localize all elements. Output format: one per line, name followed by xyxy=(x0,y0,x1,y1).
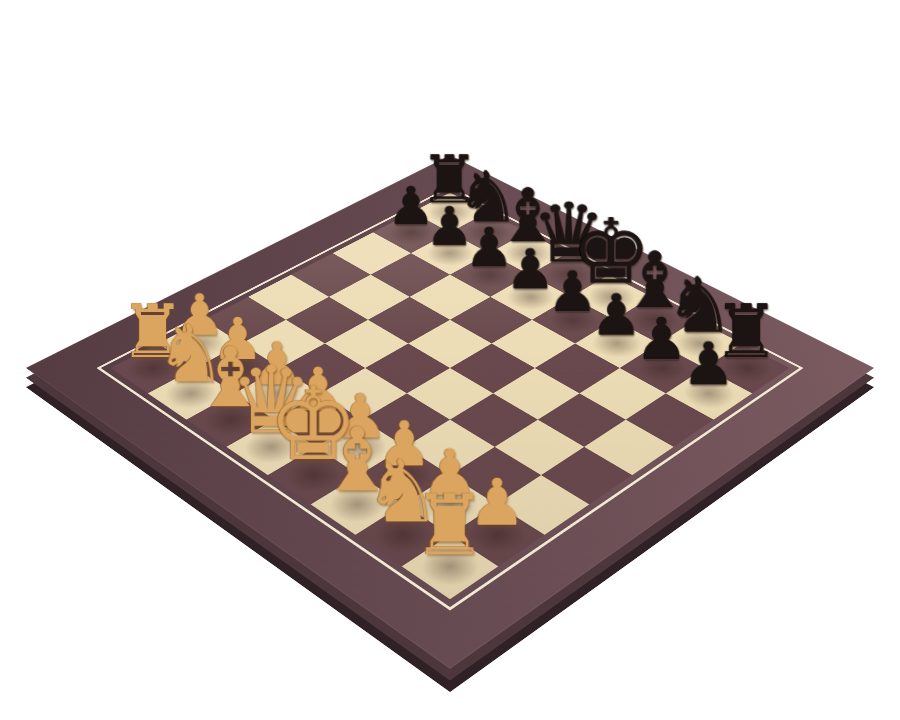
white-rook-icon: ♜ xyxy=(412,482,487,566)
chess-product-photo: ♜♞♝♛♚♝♞♜♟♟♟♟♟♟♟♟♟♟♟♟♟♟♟♟♜♞♝♛♚♝♞♜ xyxy=(0,0,900,720)
square-h4[interactable] xyxy=(541,447,632,505)
square-g6[interactable] xyxy=(580,368,666,420)
piece-white-rook-h1[interactable]: ♜ xyxy=(410,416,490,566)
chess-board: ♜♞♝♛♚♝♞♜♟♟♟♟♟♟♟♟♟♟♟♟♟♟♟♟♜♞♝♛♚♝♞♜ xyxy=(26,155,875,669)
square-g5[interactable] xyxy=(538,393,626,447)
square-h5[interactable] xyxy=(584,420,673,475)
black-pawn-icon: ♟ xyxy=(683,334,736,393)
square-h6[interactable] xyxy=(626,393,714,447)
piece-black-pawn-h7[interactable]: ♟ xyxy=(673,259,744,393)
